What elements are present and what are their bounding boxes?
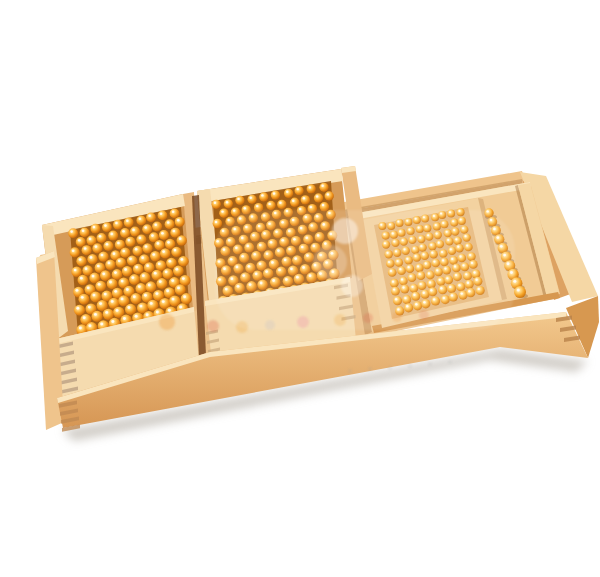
bead-highlight xyxy=(310,206,312,208)
bead-highlight xyxy=(80,277,83,280)
bead-highlight xyxy=(179,306,182,309)
bead-highlight xyxy=(124,268,127,271)
bead-highlight xyxy=(279,202,281,204)
bead-highlight xyxy=(174,249,177,252)
bead xyxy=(178,256,189,267)
bead-highlight xyxy=(95,245,98,248)
bead xyxy=(105,259,115,269)
bead xyxy=(290,198,299,207)
bead-highlight xyxy=(76,307,79,310)
bead-highlight xyxy=(87,286,90,289)
bead-highlight xyxy=(162,250,165,253)
bead-highlight xyxy=(94,313,97,316)
bead-highlight xyxy=(171,279,174,282)
bead xyxy=(301,195,310,204)
bead-highlight xyxy=(150,302,153,305)
bead-highlight xyxy=(183,295,186,298)
bead xyxy=(152,222,162,232)
glare-wash xyxy=(215,210,515,330)
bead-highlight xyxy=(83,316,86,319)
bead xyxy=(160,248,170,258)
bead xyxy=(294,186,303,195)
bead xyxy=(224,199,233,208)
bead-highlight xyxy=(99,235,102,238)
bead-highlight xyxy=(115,222,118,225)
bead-highlight xyxy=(166,289,169,292)
bead-highlight xyxy=(322,204,324,206)
bead-highlight xyxy=(123,317,126,320)
bead-highlight xyxy=(151,234,154,237)
bead-highlight xyxy=(127,306,130,309)
bead-highlight xyxy=(138,285,141,288)
bead-highlight xyxy=(177,286,180,289)
watermark-blob xyxy=(348,369,352,373)
bead-highlight xyxy=(167,241,170,244)
bead-highlight xyxy=(316,195,318,197)
bead-highlight xyxy=(126,220,129,223)
bead xyxy=(125,304,136,315)
bead-highlight xyxy=(144,294,147,297)
bead xyxy=(80,227,90,237)
bead xyxy=(129,274,140,285)
bead xyxy=(125,237,135,247)
bead xyxy=(146,212,156,222)
bead-highlight xyxy=(162,300,165,303)
bead-highlight xyxy=(114,271,117,274)
bead-highlight xyxy=(172,230,175,233)
bead xyxy=(136,235,146,245)
bead-highlight xyxy=(517,288,520,291)
bead-highlight xyxy=(74,269,77,272)
bead xyxy=(140,272,151,283)
bead-highlight xyxy=(129,257,132,260)
bead-highlight xyxy=(221,210,223,212)
bead-highlight xyxy=(309,186,311,188)
bead-highlight xyxy=(146,264,149,267)
bead xyxy=(91,311,102,322)
bead xyxy=(212,200,221,209)
bead-highlight xyxy=(148,215,151,218)
bead-highlight xyxy=(84,247,87,250)
bead xyxy=(120,228,130,238)
bead-highlight xyxy=(104,293,107,296)
bead-highlight xyxy=(89,238,92,241)
bead xyxy=(142,243,152,253)
bead-highlight xyxy=(102,272,105,275)
bead xyxy=(173,266,184,277)
bead-highlight xyxy=(121,280,124,283)
bead xyxy=(118,295,129,306)
bead xyxy=(122,266,133,277)
bead-highlight xyxy=(168,260,171,263)
bead xyxy=(156,278,167,289)
bead-highlight xyxy=(98,283,101,286)
bead-highlight xyxy=(99,302,102,305)
bead-highlight xyxy=(108,262,111,265)
bead xyxy=(150,251,160,261)
bead-highlight xyxy=(299,208,301,210)
bead xyxy=(130,293,141,304)
bead xyxy=(181,293,192,304)
bead xyxy=(136,216,146,226)
bead-highlight xyxy=(175,268,178,271)
watermark-blob xyxy=(159,314,175,330)
bead-highlight xyxy=(296,188,298,190)
bead xyxy=(102,222,112,232)
bead-highlight xyxy=(156,311,159,314)
bead-highlight xyxy=(172,211,175,214)
bead xyxy=(116,257,126,267)
bead-highlight xyxy=(101,254,104,257)
bead-highlight xyxy=(104,224,107,227)
bead-highlight xyxy=(135,315,138,318)
bead xyxy=(171,247,181,257)
bead xyxy=(100,270,111,281)
bead xyxy=(130,227,140,237)
bead-highlight xyxy=(154,272,157,275)
bead-highlight xyxy=(93,226,96,229)
bead xyxy=(124,218,134,228)
bead-highlight xyxy=(145,245,148,248)
bead xyxy=(76,256,86,266)
bead xyxy=(166,258,177,269)
bead xyxy=(165,219,175,229)
bead-highlight xyxy=(105,311,108,314)
bead-highlight xyxy=(92,275,95,278)
bead-highlight xyxy=(106,243,109,246)
bead-highlight xyxy=(244,207,246,209)
bead-highlight xyxy=(113,252,116,255)
bead-highlight xyxy=(179,237,182,240)
bead-highlight xyxy=(121,297,124,300)
bead-highlight xyxy=(303,197,305,199)
bead-highlight xyxy=(144,226,147,229)
bead-highlight xyxy=(109,281,112,284)
bead xyxy=(158,210,168,220)
bead-highlight xyxy=(139,237,142,240)
bead xyxy=(175,217,185,227)
bead-highlight xyxy=(126,288,129,291)
bead-highlight xyxy=(273,192,275,194)
bead-highlight xyxy=(214,202,216,204)
bead-highlight xyxy=(135,266,138,269)
bead-highlight xyxy=(152,253,155,256)
bead-highlight xyxy=(114,290,117,293)
bead xyxy=(319,183,328,192)
bead-highlight xyxy=(249,196,251,198)
product-photo xyxy=(0,0,600,577)
bead xyxy=(97,233,107,243)
bead xyxy=(90,291,101,302)
watermark-blob xyxy=(368,367,372,371)
bead-highlight xyxy=(158,262,161,265)
bead-highlight xyxy=(122,230,125,233)
bead xyxy=(266,201,275,210)
bead xyxy=(277,200,286,209)
bead xyxy=(68,228,78,238)
bead-highlight xyxy=(100,323,103,326)
bead xyxy=(162,268,173,279)
bead-highlight xyxy=(159,280,162,283)
bead xyxy=(307,184,316,193)
bead-highlight xyxy=(292,199,294,201)
bead-highlight xyxy=(154,224,157,227)
bead-highlight xyxy=(88,306,91,309)
bead xyxy=(78,294,89,305)
bead xyxy=(314,193,323,202)
bead-highlight xyxy=(155,292,158,295)
watermark-blob xyxy=(207,320,219,332)
bead xyxy=(132,246,142,256)
bead-highlight xyxy=(72,249,75,252)
bead xyxy=(95,281,106,292)
bead-highlight xyxy=(226,201,228,203)
bead-highlight xyxy=(321,184,323,186)
bead-highlight xyxy=(82,229,85,232)
bead xyxy=(74,305,85,316)
bead-highlight xyxy=(148,284,151,287)
bead xyxy=(159,230,169,240)
bead-highlight xyxy=(256,205,258,207)
bead-highlight xyxy=(160,212,163,215)
bead-highlight xyxy=(70,230,73,233)
bead-highlight xyxy=(139,305,142,308)
bead-highlight xyxy=(79,258,82,261)
bead xyxy=(235,196,244,205)
bead-highlight xyxy=(76,289,79,292)
bead-highlight xyxy=(135,248,138,251)
bead xyxy=(103,241,113,251)
bead-highlight xyxy=(81,296,84,299)
bead-highlight xyxy=(111,300,114,303)
bead xyxy=(156,260,167,271)
bead-highlight xyxy=(180,258,183,261)
bead-highlight xyxy=(133,295,136,298)
bead xyxy=(70,247,80,257)
bead-highlight xyxy=(78,239,81,242)
bead-highlight xyxy=(146,313,149,316)
bead-highlight xyxy=(88,324,91,327)
bead-highlight xyxy=(122,250,125,253)
bead-highlight xyxy=(182,277,185,280)
bead xyxy=(213,219,223,229)
bead-highlight xyxy=(157,242,160,245)
bead-highlight xyxy=(111,320,114,323)
bead-highlight xyxy=(261,194,263,196)
bead xyxy=(133,264,144,275)
bead-highlight xyxy=(215,221,217,223)
watermark-blob xyxy=(408,364,412,368)
bead xyxy=(284,189,293,198)
bead xyxy=(142,224,152,234)
bead xyxy=(324,191,333,200)
bead-highlight xyxy=(131,276,134,279)
bead-highlight xyxy=(327,193,329,195)
bead-highlight xyxy=(132,229,135,232)
bead-highlight xyxy=(127,239,130,242)
bead-highlight xyxy=(117,242,120,245)
bead-highlight xyxy=(286,191,288,193)
bead-highlight xyxy=(118,259,121,262)
bead xyxy=(76,237,86,247)
bead-highlight xyxy=(237,198,239,200)
bead xyxy=(82,245,92,255)
bead xyxy=(107,278,118,289)
watermark-blob xyxy=(448,360,452,364)
bead-highlight xyxy=(167,221,170,224)
bead-highlight xyxy=(110,233,113,236)
bead xyxy=(92,243,102,253)
bead xyxy=(219,208,228,217)
bead xyxy=(170,208,180,218)
scene-canvas xyxy=(0,0,600,577)
bead xyxy=(90,224,100,234)
bead-highlight xyxy=(268,203,270,205)
bead-highlight xyxy=(168,309,171,312)
bead-highlight xyxy=(79,327,82,330)
bead-highlight xyxy=(139,218,142,221)
bead-highlight xyxy=(142,274,145,277)
watermark-blob xyxy=(388,366,392,370)
bead xyxy=(247,195,256,204)
bead-highlight xyxy=(177,219,180,222)
bead xyxy=(120,248,130,258)
bead-highlight xyxy=(161,232,164,235)
bead xyxy=(514,286,526,298)
bead xyxy=(145,281,156,292)
bead-highlight xyxy=(116,309,119,312)
watermark-blob xyxy=(428,362,432,366)
bead xyxy=(271,190,280,199)
bead xyxy=(180,275,191,286)
bead-highlight xyxy=(172,298,175,301)
bead xyxy=(127,255,137,265)
bead xyxy=(144,262,155,273)
bead-highlight xyxy=(97,265,100,268)
bead-highlight xyxy=(233,209,235,211)
bead-highlight xyxy=(90,256,93,259)
bead-highlight xyxy=(92,294,95,297)
bead xyxy=(98,252,108,262)
bead xyxy=(177,235,187,245)
bead-highlight xyxy=(141,256,144,259)
bead xyxy=(108,231,118,241)
bead xyxy=(112,269,123,280)
bead-highlight xyxy=(165,270,168,273)
bead-highlight xyxy=(85,267,88,270)
bead xyxy=(113,220,123,230)
bead xyxy=(87,254,97,264)
bead xyxy=(78,275,89,286)
bead xyxy=(259,192,268,201)
